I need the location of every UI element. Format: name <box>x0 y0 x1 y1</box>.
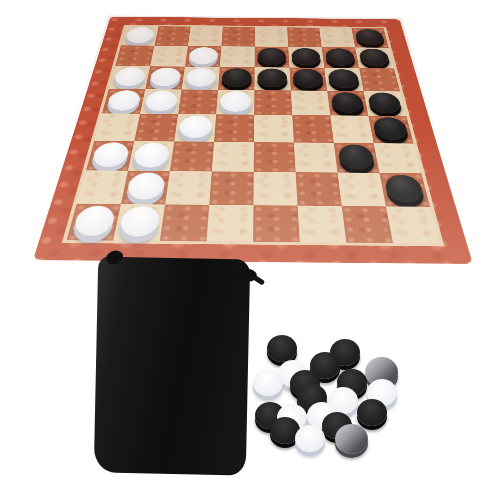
square-r4c2 <box>140 89 182 114</box>
square-r8c7 <box>342 206 393 243</box>
checker-white <box>144 90 179 111</box>
square-r1c1 <box>121 26 159 45</box>
checker-white <box>178 115 213 138</box>
square-r8c2 <box>113 204 165 241</box>
checker-black <box>291 48 321 66</box>
square-r3c3 <box>182 67 220 90</box>
checker-black <box>325 48 356 66</box>
checkers-board <box>33 12 475 264</box>
square-r3c6 <box>289 68 327 91</box>
square-r8c1 <box>67 203 121 240</box>
loose-checker-white <box>307 402 337 429</box>
loose-checker-black <box>310 352 340 379</box>
checker-white <box>72 205 117 236</box>
square-r7c6 <box>296 172 342 206</box>
square-r1c5 <box>255 27 288 47</box>
square-r3c7 <box>324 68 363 91</box>
checker-black <box>258 47 287 64</box>
square-r3c8 <box>359 68 400 91</box>
square-r1c4 <box>221 27 255 47</box>
loose-checker-black <box>290 370 320 397</box>
square-r7c3 <box>165 171 212 204</box>
drawstring-string <box>252 275 265 286</box>
loose-checker-white <box>367 379 397 406</box>
checker-black <box>358 48 390 66</box>
checker-black <box>221 68 251 87</box>
square-r8c8 <box>386 206 440 243</box>
square-r2c1 <box>115 45 154 66</box>
loose-checker-black <box>322 412 352 439</box>
square-r5c3 <box>174 114 216 141</box>
loose-checker-black <box>270 417 300 444</box>
square-r7c5 <box>253 172 297 206</box>
square-r7c8 <box>379 173 430 207</box>
loose-checker-white <box>278 360 308 387</box>
square-r5c6 <box>292 115 333 143</box>
square-r4c8 <box>364 91 407 116</box>
square-r5c8 <box>368 116 413 144</box>
checker-white <box>185 68 217 87</box>
checker-white <box>188 47 218 64</box>
checker-white <box>124 27 155 43</box>
loose-checker-white <box>328 387 358 414</box>
square-r5c7 <box>330 115 373 143</box>
square-r4c4 <box>216 90 254 115</box>
square-r2c3 <box>185 46 221 67</box>
square-r1c2 <box>154 26 190 45</box>
square-r1c3 <box>188 27 223 47</box>
square-r8c3 <box>160 204 209 241</box>
square-r4c3 <box>178 89 218 114</box>
checker-white <box>106 90 142 111</box>
square-r1c6 <box>287 27 322 47</box>
square-r6c4 <box>212 142 254 172</box>
checker-black <box>330 92 364 113</box>
drawstring-bag <box>94 256 250 475</box>
loose-checker-black <box>337 369 367 396</box>
square-r8c5 <box>253 205 300 242</box>
square-r5c2 <box>134 114 178 141</box>
loose-checker-black <box>267 335 297 362</box>
checker-black <box>372 117 410 140</box>
square-r4c5 <box>254 90 292 115</box>
square-r3c5 <box>254 67 290 90</box>
square-r8c6 <box>298 205 347 242</box>
loose-checker-black <box>255 402 285 429</box>
square-r2c4 <box>220 46 255 67</box>
square-r5c1 <box>94 113 140 140</box>
checker-white <box>132 142 170 167</box>
loose-checker-tilted-metallic <box>365 357 398 387</box>
square-r3c2 <box>145 66 185 89</box>
square-r4c6 <box>291 90 331 115</box>
board-red-border <box>33 17 473 264</box>
square-r8c4 <box>206 205 253 242</box>
square-r2c7 <box>322 47 359 68</box>
loose-checker-white <box>295 425 325 452</box>
checker-white <box>125 172 166 200</box>
square-r3c4 <box>218 67 255 90</box>
square-r6c1 <box>86 140 134 170</box>
checker-white <box>220 91 252 112</box>
square-r5c5 <box>254 115 294 143</box>
checker-white <box>91 142 131 167</box>
square-r7c2 <box>121 171 170 204</box>
square-r7c1 <box>77 170 128 203</box>
square-r2c6 <box>288 47 324 68</box>
square-r5c4 <box>214 114 254 142</box>
checker-white <box>149 68 182 87</box>
board-grid <box>62 25 444 247</box>
square-r4c1 <box>102 89 145 114</box>
checker-black <box>354 29 385 45</box>
loose-checker-white <box>253 369 283 396</box>
square-r6c2 <box>128 141 174 171</box>
square-r6c8 <box>374 143 422 173</box>
checker-white <box>113 67 147 86</box>
square-r6c3 <box>170 141 214 171</box>
checker-black <box>327 69 360 88</box>
square-r2c2 <box>150 46 188 67</box>
square-r6c7 <box>334 143 380 173</box>
checker-black <box>367 92 403 113</box>
checker-white <box>118 206 161 237</box>
loose-checker-tilted-metallic <box>335 424 368 454</box>
square-r1c7 <box>319 28 355 48</box>
square-r6c6 <box>294 142 338 172</box>
square-r2c8 <box>355 47 394 68</box>
square-r7c4 <box>209 171 253 204</box>
product-photo-scene <box>0 0 500 500</box>
square-r3c1 <box>109 66 150 89</box>
checker-black <box>337 144 375 169</box>
loose-checker-black <box>357 399 387 426</box>
square-r6c5 <box>254 142 296 172</box>
checker-black <box>292 69 323 88</box>
loose-checker-black <box>297 384 327 411</box>
loose-checker-black <box>330 339 360 366</box>
square-r1c8 <box>351 28 388 48</box>
checker-black <box>257 68 287 87</box>
square-r4c7 <box>327 91 368 116</box>
checker-black <box>383 175 425 203</box>
square-r7c7 <box>338 173 386 207</box>
loose-checker-white <box>277 404 307 431</box>
square-r2c5 <box>255 46 290 67</box>
